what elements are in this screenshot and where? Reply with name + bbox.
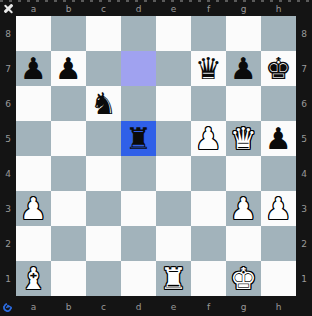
square-f6[interactable] (191, 86, 226, 121)
square-d3[interactable] (121, 191, 156, 226)
black-pawn: ♟ (55, 51, 82, 86)
square-g7[interactable]: ♟ (226, 51, 261, 86)
square-a2[interactable] (16, 226, 51, 261)
black-pawn: ♟ (20, 51, 47, 86)
square-a3[interactable]: ♟ (16, 191, 51, 226)
square-h5[interactable]: ♟ (261, 121, 296, 156)
black-pawn: ♟ (230, 51, 257, 86)
square-e4[interactable] (156, 156, 191, 191)
coord-label: h (261, 299, 296, 315)
square-e3[interactable] (156, 191, 191, 226)
square-a8[interactable] (16, 16, 51, 51)
coord-label: f (191, 2, 226, 16)
black-pawn: ♟ (265, 121, 292, 156)
square-e5[interactable] (156, 121, 191, 156)
black-knight: ♞ (90, 86, 117, 121)
coord-label: 3 (0, 191, 16, 226)
coord-label: 2 (0, 226, 16, 261)
square-g1[interactable]: ♚ (226, 261, 261, 296)
refresh-icon[interactable] (1, 301, 14, 314)
chess-board: ♟♟♛♟♚♞♜♟♛♟♟♟♟♝♜♚ (16, 16, 296, 296)
square-e7[interactable] (156, 51, 191, 86)
chess-app-frame: abcdefgh 87654321 87654321 abcdefgh ♟♟♛♟… (0, 0, 312, 316)
white-pawn: ♟ (265, 191, 292, 226)
square-e6[interactable] (156, 86, 191, 121)
square-h3[interactable]: ♟ (261, 191, 296, 226)
white-queen: ♛ (230, 121, 257, 156)
white-king: ♚ (230, 261, 257, 296)
square-h4[interactable] (261, 156, 296, 191)
white-rook: ♜ (160, 261, 187, 296)
square-f8[interactable] (191, 16, 226, 51)
white-bishop: ♝ (20, 261, 47, 296)
coord-label: f (191, 299, 226, 315)
square-b3[interactable] (51, 191, 86, 226)
rank-labels-left: 87654321 (0, 16, 16, 296)
coord-label: 1 (296, 261, 312, 296)
coord-label: e (156, 299, 191, 315)
coord-label: e (156, 2, 191, 16)
white-pawn: ♟ (230, 191, 257, 226)
square-d5[interactable]: ♜ (121, 121, 156, 156)
square-g4[interactable] (226, 156, 261, 191)
coord-label: 6 (296, 86, 312, 121)
square-g2[interactable] (226, 226, 261, 261)
coord-label: d (121, 2, 156, 16)
square-c8[interactable] (86, 16, 121, 51)
file-labels-top: abcdefgh (16, 2, 296, 16)
square-b6[interactable] (51, 86, 86, 121)
square-f2[interactable] (191, 226, 226, 261)
square-h1[interactable] (261, 261, 296, 296)
square-h7[interactable]: ♚ (261, 51, 296, 86)
coord-label: 4 (296, 156, 312, 191)
coord-label: 5 (296, 121, 312, 156)
square-e8[interactable] (156, 16, 191, 51)
square-c5[interactable] (86, 121, 121, 156)
square-d2[interactable] (121, 226, 156, 261)
square-c3[interactable] (86, 191, 121, 226)
rank-labels-right: 87654321 (296, 16, 312, 296)
square-b5[interactable] (51, 121, 86, 156)
coord-label: a (16, 299, 51, 315)
square-a1[interactable]: ♝ (16, 261, 51, 296)
coord-label: a (16, 2, 51, 16)
square-f4[interactable] (191, 156, 226, 191)
square-d8[interactable] (121, 16, 156, 51)
square-a5[interactable] (16, 121, 51, 156)
square-c6[interactable]: ♞ (86, 86, 121, 121)
coord-label: 1 (0, 261, 16, 296)
square-a6[interactable] (16, 86, 51, 121)
coord-label: c (86, 299, 121, 315)
square-b7[interactable]: ♟ (51, 51, 86, 86)
square-f7[interactable]: ♛ (191, 51, 226, 86)
coord-label: 3 (296, 191, 312, 226)
square-c2[interactable] (86, 226, 121, 261)
square-c7[interactable] (86, 51, 121, 86)
square-d6[interactable] (121, 86, 156, 121)
black-king: ♚ (265, 51, 292, 86)
square-d1[interactable] (121, 261, 156, 296)
square-e1[interactable]: ♜ (156, 261, 191, 296)
coord-label: 5 (0, 121, 16, 156)
coord-label: 8 (296, 16, 312, 51)
coord-label: b (51, 2, 86, 16)
black-queen: ♛ (195, 51, 222, 86)
square-f1[interactable] (191, 261, 226, 296)
coord-label: d (121, 299, 156, 315)
coord-label: g (226, 2, 261, 16)
coord-label: 4 (0, 156, 16, 191)
square-f3[interactable] (191, 191, 226, 226)
square-a7[interactable]: ♟ (16, 51, 51, 86)
square-e2[interactable] (156, 226, 191, 261)
file-labels-bottom: abcdefgh (16, 299, 296, 315)
square-b2[interactable] (51, 226, 86, 261)
coord-label: c (86, 2, 121, 16)
coord-label: h (261, 2, 296, 16)
square-g8[interactable] (226, 16, 261, 51)
coord-label: 6 (0, 86, 16, 121)
square-c1[interactable] (86, 261, 121, 296)
white-pawn: ♟ (195, 121, 222, 156)
coord-label: b (51, 299, 86, 315)
square-h6[interactable] (261, 86, 296, 121)
square-h8[interactable] (261, 16, 296, 51)
square-b4[interactable] (51, 156, 86, 191)
square-g5[interactable]: ♛ (226, 121, 261, 156)
coord-label: 2 (296, 226, 312, 261)
square-d4[interactable] (121, 156, 156, 191)
square-b8[interactable] (51, 16, 86, 51)
square-g6[interactable] (226, 86, 261, 121)
coord-label: 7 (0, 51, 16, 86)
square-h2[interactable] (261, 226, 296, 261)
tools-icon[interactable] (3, 3, 14, 14)
square-d7[interactable] (121, 51, 156, 86)
square-c4[interactable] (86, 156, 121, 191)
coord-label: 7 (296, 51, 312, 86)
coord-label: g (226, 299, 261, 315)
square-a4[interactable] (16, 156, 51, 191)
black-rook: ♜ (125, 121, 152, 156)
square-f5[interactable]: ♟ (191, 121, 226, 156)
square-b1[interactable] (51, 261, 86, 296)
coord-label: 8 (0, 16, 16, 51)
white-pawn: ♟ (20, 191, 47, 226)
square-g3[interactable]: ♟ (226, 191, 261, 226)
